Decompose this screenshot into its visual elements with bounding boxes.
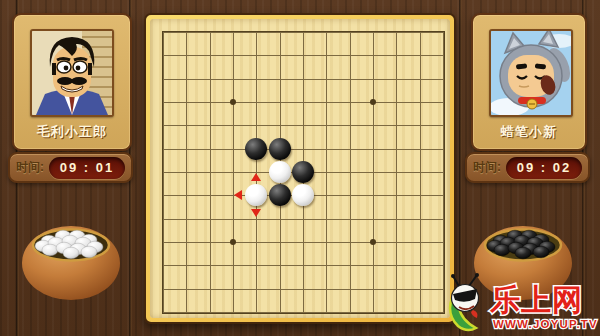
timer-label-left: 时间: bbox=[16, 159, 44, 176]
player-name-left: 毛利小五郎 bbox=[14, 123, 130, 141]
star-point bbox=[370, 99, 376, 105]
timer-value-right: 09 : 02 bbox=[506, 157, 582, 179]
black-stone bbox=[292, 161, 314, 183]
player-card-left: 毛利小五郎 bbox=[12, 13, 132, 151]
star-point bbox=[230, 239, 236, 245]
avatar-left-art bbox=[32, 31, 112, 115]
last-move-arrow-s bbox=[251, 209, 261, 217]
last-move-arrow-n bbox=[251, 173, 261, 181]
timer-value-left: 09 : 01 bbox=[49, 157, 125, 179]
board-grid[interactable] bbox=[162, 31, 445, 314]
star-point bbox=[230, 99, 236, 105]
logo-url: WWW.JOYUP.TV bbox=[493, 318, 598, 330]
white-stone bbox=[245, 184, 267, 206]
star-point bbox=[370, 239, 376, 245]
avatar-right-art bbox=[491, 31, 571, 115]
board-surface bbox=[150, 19, 450, 318]
black-stone bbox=[245, 138, 267, 160]
black-stone bbox=[269, 184, 291, 206]
mascot-icon bbox=[450, 273, 479, 330]
player-card-right: 蜡笔小新 bbox=[471, 13, 587, 151]
white-stone bbox=[269, 161, 291, 183]
player-name-right: 蜡笔小新 bbox=[473, 123, 585, 141]
timer-panel-left: 时间: 09 : 01 bbox=[8, 152, 133, 183]
game-screen: 毛利小五郎 bbox=[0, 0, 600, 336]
site-logo: 乐上网 WWW.JOYUP.TV bbox=[446, 272, 600, 336]
white-stone bbox=[292, 184, 314, 206]
logo-text: 乐上网 bbox=[489, 283, 583, 316]
white-stones-bowl bbox=[19, 215, 123, 305]
timer-label-right: 时间: bbox=[473, 159, 501, 176]
go-board bbox=[144, 13, 456, 324]
last-move-arrow-w bbox=[234, 190, 242, 200]
avatar-left bbox=[30, 29, 114, 117]
black-stone bbox=[269, 138, 291, 160]
avatar-right bbox=[489, 29, 573, 117]
timer-panel-right: 时间: 09 : 02 bbox=[465, 152, 590, 183]
